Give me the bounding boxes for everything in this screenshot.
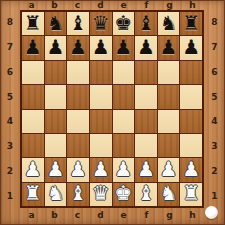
file-label-f: f xyxy=(135,208,158,221)
rank-label-4: 4 xyxy=(0,109,20,134)
piece-black-pawn-f7[interactable]: ♟ xyxy=(137,37,155,57)
piece-black-rook-h8[interactable]: ♜ xyxy=(182,13,200,33)
rank-label-6: 6 xyxy=(0,60,20,85)
rank-labels-left: 87654321 xyxy=(0,10,20,208)
square-g6[interactable] xyxy=(158,61,180,84)
file-label-e: e xyxy=(112,0,135,10)
file-label-g: g xyxy=(158,0,181,10)
square-h3[interactable] xyxy=(180,134,202,157)
rank-label-1: 1 xyxy=(204,183,225,208)
square-h7[interactable]: ♟ xyxy=(180,36,202,59)
piece-white-rook-a1[interactable]: ♜ xyxy=(24,183,42,203)
file-labels-top: abcdefgh xyxy=(20,0,204,10)
square-f3[interactable] xyxy=(135,134,157,157)
piece-white-knight-b1[interactable]: ♞ xyxy=(46,183,64,203)
file-label-d: d xyxy=(89,208,112,221)
file-label-h: h xyxy=(181,0,204,10)
rank-label-5: 5 xyxy=(204,84,225,109)
square-e2[interactable]: ♟ xyxy=(113,158,135,181)
square-d5[interactable] xyxy=(90,85,112,108)
file-label-b: b xyxy=(43,208,66,221)
square-a4[interactable] xyxy=(22,110,44,133)
piece-white-pawn-b2[interactable]: ♟ xyxy=(46,159,64,179)
square-a8[interactable]: ♜ xyxy=(22,12,44,35)
file-label-d: d xyxy=(89,0,112,10)
piece-white-pawn-e2[interactable]: ♟ xyxy=(114,159,132,179)
square-a5[interactable] xyxy=(22,85,44,108)
file-label-a: a xyxy=(20,208,43,221)
square-g4[interactable] xyxy=(158,110,180,133)
square-d4[interactable] xyxy=(90,110,112,133)
rank-label-3: 3 xyxy=(0,134,20,159)
square-g1[interactable]: ♞ xyxy=(158,183,180,206)
square-c6[interactable] xyxy=(67,61,89,84)
piece-black-pawn-d7[interactable]: ♟ xyxy=(92,37,110,57)
rank-label-2: 2 xyxy=(0,159,20,184)
piece-black-pawn-b7[interactable]: ♟ xyxy=(46,37,64,57)
chess-board: ♜♞♝♛♚♝♞♜♟♟♟♟♟♟♟♟♟♟♟♟♟♟♟♟♜♞♝♛♚♝♞♜ xyxy=(20,10,204,208)
square-h2[interactable]: ♟ xyxy=(180,158,202,181)
rank-labels-right: 87654321 xyxy=(204,10,225,208)
square-d7[interactable]: ♟ xyxy=(90,36,112,59)
piece-black-pawn-e7[interactable]: ♟ xyxy=(114,37,132,57)
piece-black-bishop-c8[interactable]: ♝ xyxy=(69,13,87,33)
rank-label-7: 7 xyxy=(0,35,20,60)
square-c2[interactable]: ♟ xyxy=(67,158,89,181)
square-e3[interactable] xyxy=(113,134,135,157)
square-c3[interactable] xyxy=(67,134,89,157)
piece-black-knight-g8[interactable]: ♞ xyxy=(160,13,178,33)
square-e4[interactable] xyxy=(113,110,135,133)
square-e5[interactable] xyxy=(113,85,135,108)
piece-white-queen-d1[interactable]: ♛ xyxy=(92,183,110,203)
square-e7[interactable]: ♟ xyxy=(113,36,135,59)
square-b3[interactable] xyxy=(45,134,67,157)
piece-white-bishop-f1[interactable]: ♝ xyxy=(137,183,155,203)
square-a2[interactable]: ♟ xyxy=(22,158,44,181)
file-labels-bottom: abcdefgh xyxy=(20,208,204,221)
square-b1[interactable]: ♞ xyxy=(45,183,67,206)
rank-label-1: 1 xyxy=(0,183,20,208)
rank-label-2: 2 xyxy=(204,159,225,184)
square-h4[interactable] xyxy=(180,110,202,133)
piece-white-pawn-c2[interactable]: ♟ xyxy=(69,159,87,179)
square-g2[interactable]: ♟ xyxy=(158,158,180,181)
square-g7[interactable]: ♟ xyxy=(158,36,180,59)
rank-label-7: 7 xyxy=(204,35,225,60)
square-e6[interactable] xyxy=(113,61,135,84)
square-h5[interactable] xyxy=(180,85,202,108)
piece-black-queen-d8[interactable]: ♛ xyxy=(92,13,110,33)
square-h8[interactable]: ♜ xyxy=(180,12,202,35)
square-d2[interactable]: ♟ xyxy=(90,158,112,181)
file-label-g: g xyxy=(158,208,181,221)
rank-label-4: 4 xyxy=(204,109,225,134)
piece-black-pawn-a7[interactable]: ♟ xyxy=(24,37,42,57)
piece-white-pawn-g2[interactable]: ♟ xyxy=(160,159,178,179)
square-a1[interactable]: ♜ xyxy=(22,183,44,206)
rank-label-8: 8 xyxy=(0,10,20,35)
piece-white-pawn-h2[interactable]: ♟ xyxy=(182,159,200,179)
square-c7[interactable]: ♟ xyxy=(67,36,89,59)
square-c4[interactable] xyxy=(67,110,89,133)
square-c8[interactable]: ♝ xyxy=(67,12,89,35)
square-e8[interactable]: ♚ xyxy=(113,12,135,35)
square-c5[interactable] xyxy=(67,85,89,108)
square-f2[interactable]: ♟ xyxy=(135,158,157,181)
square-f4[interactable] xyxy=(135,110,157,133)
square-b2[interactable]: ♟ xyxy=(45,158,67,181)
square-h1[interactable]: ♜ xyxy=(180,183,202,206)
square-f7[interactable]: ♟ xyxy=(135,36,157,59)
square-h6[interactable] xyxy=(180,61,202,84)
piece-black-bishop-f8[interactable]: ♝ xyxy=(137,13,155,33)
square-f8[interactable]: ♝ xyxy=(135,12,157,35)
piece-white-knight-g1[interactable]: ♞ xyxy=(160,183,178,203)
file-label-c: c xyxy=(66,0,89,10)
piece-black-pawn-g7[interactable]: ♟ xyxy=(160,37,178,57)
piece-white-pawn-f2[interactable]: ♟ xyxy=(137,159,155,179)
file-label-f: f xyxy=(135,0,158,10)
square-g8[interactable]: ♞ xyxy=(158,12,180,35)
square-a6[interactable] xyxy=(22,61,44,84)
square-b4[interactable] xyxy=(45,110,67,133)
square-b8[interactable]: ♞ xyxy=(45,12,67,35)
piece-white-king-e1[interactable]: ♚ xyxy=(114,183,132,203)
square-d6[interactable] xyxy=(90,61,112,84)
piece-black-pawn-c7[interactable]: ♟ xyxy=(69,37,87,57)
square-f1[interactable]: ♝ xyxy=(135,183,157,206)
piece-white-pawn-d2[interactable]: ♟ xyxy=(92,159,110,179)
rank-label-5: 5 xyxy=(0,84,20,109)
square-d8[interactable]: ♛ xyxy=(90,12,112,35)
piece-black-king-e8[interactable]: ♚ xyxy=(114,13,132,33)
file-label-e: e xyxy=(112,208,135,221)
square-e1[interactable]: ♚ xyxy=(113,183,135,206)
rank-label-8: 8 xyxy=(204,10,225,35)
chess-app-window: abcdefgh abcdefgh 87654321 87654321 ♜♞♝♛… xyxy=(0,0,225,225)
piece-white-pawn-a2[interactable]: ♟ xyxy=(24,159,42,179)
square-f5[interactable] xyxy=(135,85,157,108)
file-label-c: c xyxy=(66,208,89,221)
piece-black-pawn-h7[interactable]: ♟ xyxy=(182,37,200,57)
square-b6[interactable] xyxy=(45,61,67,84)
file-label-h: h xyxy=(181,208,204,221)
rank-label-3: 3 xyxy=(204,134,225,159)
rank-label-6: 6 xyxy=(204,60,225,85)
file-label-b: b xyxy=(43,0,66,10)
square-b7[interactable]: ♟ xyxy=(45,36,67,59)
piece-black-rook-a8[interactable]: ♜ xyxy=(24,13,42,33)
piece-white-bishop-c1[interactable]: ♝ xyxy=(69,183,87,203)
square-a7[interactable]: ♟ xyxy=(22,36,44,59)
white-to-move-indicator xyxy=(205,206,218,219)
square-d3[interactable] xyxy=(90,134,112,157)
square-a3[interactable] xyxy=(22,134,44,157)
square-d1[interactable]: ♛ xyxy=(90,183,112,206)
piece-white-rook-h1[interactable]: ♜ xyxy=(182,183,200,203)
square-b5[interactable] xyxy=(45,85,67,108)
file-label-a: a xyxy=(20,0,43,10)
square-g5[interactable] xyxy=(158,85,180,108)
piece-black-knight-b8[interactable]: ♞ xyxy=(46,13,64,33)
square-g3[interactable] xyxy=(158,134,180,157)
square-c1[interactable]: ♝ xyxy=(67,183,89,206)
square-f6[interactable] xyxy=(135,61,157,84)
